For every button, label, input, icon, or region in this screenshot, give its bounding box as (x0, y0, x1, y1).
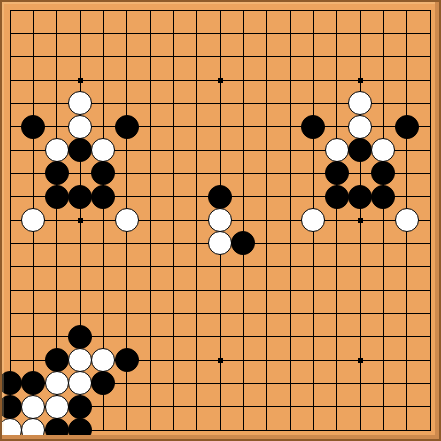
black-stone[interactable] (45, 185, 69, 209)
black-stone[interactable] (115, 348, 139, 372)
star-point (218, 78, 223, 83)
white-stone[interactable] (91, 348, 115, 372)
white-stone[interactable] (68, 91, 92, 115)
grid-line-vertical (266, 10, 267, 431)
go-board[interactable] (0, 0, 441, 441)
black-stone[interactable] (0, 395, 22, 419)
white-stone[interactable] (21, 395, 45, 419)
black-stone[interactable] (0, 371, 22, 395)
grid-line-vertical (243, 10, 244, 431)
white-stone[interactable] (348, 91, 372, 115)
white-stone[interactable] (371, 138, 395, 162)
grid-line-vertical (430, 10, 431, 431)
black-stone[interactable] (325, 161, 349, 185)
black-stone[interactable] (45, 418, 69, 441)
white-stone[interactable] (325, 138, 349, 162)
grid-line-vertical (336, 10, 337, 431)
black-stone[interactable] (325, 185, 349, 209)
white-stone[interactable] (208, 231, 232, 255)
white-stone[interactable] (68, 371, 92, 395)
white-stone[interactable] (395, 208, 419, 232)
grid-line-horizontal (10, 266, 431, 267)
white-stone[interactable] (208, 208, 232, 232)
black-stone[interactable] (45, 161, 69, 185)
black-stone[interactable] (45, 348, 69, 372)
black-stone[interactable] (68, 418, 92, 441)
star-point (78, 218, 83, 223)
white-stone[interactable] (0, 418, 22, 441)
black-stone[interactable] (68, 185, 92, 209)
black-stone[interactable] (68, 325, 92, 349)
black-stone[interactable] (301, 115, 325, 139)
grid-line-vertical (290, 10, 291, 431)
black-stone[interactable] (208, 185, 232, 209)
white-stone[interactable] (45, 371, 69, 395)
grid-line-horizontal (10, 313, 431, 314)
black-stone[interactable] (371, 185, 395, 209)
star-point (78, 78, 83, 83)
white-stone[interactable] (68, 348, 92, 372)
white-stone[interactable] (45, 395, 69, 419)
black-stone[interactable] (115, 115, 139, 139)
star-point (358, 218, 363, 223)
star-point (218, 358, 223, 363)
black-stone[interactable] (395, 115, 419, 139)
black-stone[interactable] (91, 371, 115, 395)
white-stone[interactable] (21, 418, 45, 441)
black-stone[interactable] (231, 231, 255, 255)
black-stone[interactable] (68, 138, 92, 162)
white-stone[interactable] (68, 115, 92, 139)
white-stone[interactable] (91, 138, 115, 162)
black-stone[interactable] (91, 185, 115, 209)
star-point (358, 78, 363, 83)
grid-line-vertical (383, 10, 384, 431)
black-stone[interactable] (91, 161, 115, 185)
white-stone[interactable] (301, 208, 325, 232)
grid-line-horizontal (10, 290, 431, 291)
star-point (358, 358, 363, 363)
white-stone[interactable] (21, 208, 45, 232)
black-stone[interactable] (21, 115, 45, 139)
white-stone[interactable] (115, 208, 139, 232)
black-stone[interactable] (21, 371, 45, 395)
white-stone[interactable] (348, 115, 372, 139)
black-stone[interactable] (348, 185, 372, 209)
black-stone[interactable] (68, 395, 92, 419)
black-stone[interactable] (348, 138, 372, 162)
black-stone[interactable] (371, 161, 395, 185)
white-stone[interactable] (45, 138, 69, 162)
